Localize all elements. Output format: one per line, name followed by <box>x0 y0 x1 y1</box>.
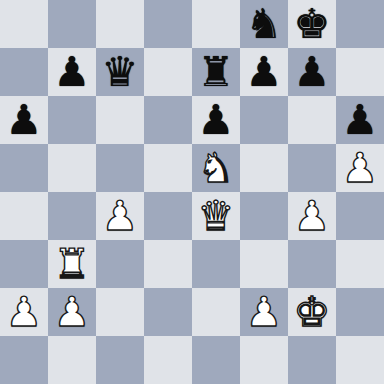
square-h6[interactable]: ♟ <box>336 96 384 144</box>
white-king-g2[interactable]: ♚ <box>288 288 336 336</box>
square-h5[interactable]: ♟ <box>336 144 384 192</box>
square-f7[interactable]: ♟ <box>240 48 288 96</box>
square-c2[interactable] <box>96 288 144 336</box>
square-e8[interactable] <box>192 0 240 48</box>
square-e3[interactable] <box>192 240 240 288</box>
white-pawn-a2[interactable]: ♟ <box>0 288 48 336</box>
square-e4[interactable]: ♛ <box>192 192 240 240</box>
black-rook-e7[interactable]: ♜ <box>192 48 240 96</box>
square-f3[interactable] <box>240 240 288 288</box>
square-h8[interactable] <box>336 0 384 48</box>
square-e2[interactable] <box>192 288 240 336</box>
square-h2[interactable] <box>336 288 384 336</box>
square-c5[interactable] <box>96 144 144 192</box>
square-a7[interactable] <box>0 48 48 96</box>
square-d6[interactable] <box>144 96 192 144</box>
square-a1[interactable] <box>0 336 48 384</box>
white-pawn-g4[interactable]: ♟ <box>288 192 336 240</box>
square-a5[interactable] <box>0 144 48 192</box>
square-c6[interactable] <box>96 96 144 144</box>
black-pawn-b7[interactable]: ♟ <box>48 48 96 96</box>
square-a6[interactable]: ♟ <box>0 96 48 144</box>
black-pawn-e6[interactable]: ♟ <box>192 96 240 144</box>
square-b2[interactable]: ♟ <box>48 288 96 336</box>
square-g8[interactable]: ♚ <box>288 0 336 48</box>
square-b5[interactable] <box>48 144 96 192</box>
square-f6[interactable] <box>240 96 288 144</box>
square-f8[interactable]: ♞ <box>240 0 288 48</box>
square-h3[interactable] <box>336 240 384 288</box>
white-knight-e5[interactable]: ♞ <box>192 144 240 192</box>
square-a8[interactable] <box>0 0 48 48</box>
black-pawn-a6[interactable]: ♟ <box>0 96 48 144</box>
square-c1[interactable] <box>96 336 144 384</box>
chess-board: ♞♚♟♛♜♟♟♟♟♟♞♟♟♛♟♜♟♟♟♚ <box>0 0 384 384</box>
square-g5[interactable] <box>288 144 336 192</box>
square-d2[interactable] <box>144 288 192 336</box>
square-b1[interactable] <box>48 336 96 384</box>
square-g4[interactable]: ♟ <box>288 192 336 240</box>
square-f4[interactable] <box>240 192 288 240</box>
square-g2[interactable]: ♚ <box>288 288 336 336</box>
square-a4[interactable] <box>0 192 48 240</box>
square-d8[interactable] <box>144 0 192 48</box>
square-h1[interactable] <box>336 336 384 384</box>
square-a2[interactable]: ♟ <box>0 288 48 336</box>
white-pawn-h5[interactable]: ♟ <box>336 144 384 192</box>
square-c8[interactable] <box>96 0 144 48</box>
black-knight-f8[interactable]: ♞ <box>240 0 288 48</box>
square-d3[interactable] <box>144 240 192 288</box>
square-c7[interactable]: ♛ <box>96 48 144 96</box>
square-f2[interactable]: ♟ <box>240 288 288 336</box>
square-h4[interactable] <box>336 192 384 240</box>
square-d1[interactable] <box>144 336 192 384</box>
square-e6[interactable]: ♟ <box>192 96 240 144</box>
square-f1[interactable] <box>240 336 288 384</box>
black-pawn-h6[interactable]: ♟ <box>336 96 384 144</box>
square-f5[interactable] <box>240 144 288 192</box>
square-b6[interactable] <box>48 96 96 144</box>
square-g1[interactable] <box>288 336 336 384</box>
white-pawn-b2[interactable]: ♟ <box>48 288 96 336</box>
square-g7[interactable]: ♟ <box>288 48 336 96</box>
square-g3[interactable] <box>288 240 336 288</box>
white-pawn-f2[interactable]: ♟ <box>240 288 288 336</box>
square-e1[interactable] <box>192 336 240 384</box>
square-b3[interactable]: ♜ <box>48 240 96 288</box>
square-c3[interactable] <box>96 240 144 288</box>
square-e5[interactable]: ♞ <box>192 144 240 192</box>
square-b8[interactable] <box>48 0 96 48</box>
square-g6[interactable] <box>288 96 336 144</box>
square-c4[interactable]: ♟ <box>96 192 144 240</box>
square-h7[interactable] <box>336 48 384 96</box>
square-b4[interactable] <box>48 192 96 240</box>
black-queen-c7[interactable]: ♛ <box>96 48 144 96</box>
white-pawn-c4[interactable]: ♟ <box>96 192 144 240</box>
square-d4[interactable] <box>144 192 192 240</box>
white-rook-b3[interactable]: ♜ <box>48 240 96 288</box>
square-d5[interactable] <box>144 144 192 192</box>
black-pawn-g7[interactable]: ♟ <box>288 48 336 96</box>
black-king-g8[interactable]: ♚ <box>288 0 336 48</box>
white-queen-e4[interactable]: ♛ <box>192 192 240 240</box>
square-e7[interactable]: ♜ <box>192 48 240 96</box>
black-pawn-f7[interactable]: ♟ <box>240 48 288 96</box>
square-d7[interactable] <box>144 48 192 96</box>
square-a3[interactable] <box>0 240 48 288</box>
square-b7[interactable]: ♟ <box>48 48 96 96</box>
